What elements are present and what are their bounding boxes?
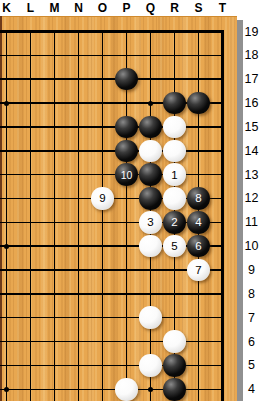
- column-label-P: P: [122, 1, 130, 15]
- move-6-black-S10[interactable]: 6: [187, 235, 210, 258]
- column-label-L: L: [27, 1, 34, 15]
- move-9-white-O12[interactable]: 9: [91, 187, 114, 210]
- row-label-13: 13: [245, 168, 259, 182]
- grid-line-col-N: [78, 30, 80, 401]
- move-4-black-S11[interactable]: 4: [187, 211, 210, 234]
- star-point-K10: [4, 244, 9, 249]
- stone-black-R4[interactable]: [163, 378, 186, 401]
- stone-black-Q15[interactable]: [139, 116, 162, 139]
- move-number-label: 9: [99, 192, 105, 204]
- row-label-18: 18: [245, 48, 259, 62]
- row-label-15: 15: [245, 120, 259, 134]
- grid-line-row-5: [0, 365, 224, 367]
- stone-white-Q14[interactable]: [139, 140, 162, 163]
- stone-white-R14[interactable]: [163, 140, 186, 163]
- column-label-M: M: [50, 1, 60, 15]
- row-label-17: 17: [245, 72, 259, 86]
- stone-black-P17[interactable]: [115, 68, 138, 91]
- move-number-label: 8: [195, 192, 201, 204]
- row-label-10: 10: [245, 239, 259, 253]
- grid-line-col-T: [221, 30, 224, 401]
- star-point-K16: [4, 101, 9, 106]
- column-label-T: T: [219, 1, 226, 15]
- move-number-label: 10: [121, 169, 133, 181]
- stone-black-S16[interactable]: [187, 92, 210, 115]
- move-1-white-R13[interactable]: 1: [163, 163, 186, 186]
- grid-line-row-6: [0, 341, 224, 343]
- grid-line-row-7: [0, 317, 224, 319]
- column-label-K: K: [2, 1, 11, 15]
- row-label-11: 11: [245, 215, 258, 229]
- stone-black-R16[interactable]: [163, 92, 186, 115]
- star-point-K4: [4, 387, 9, 392]
- stone-black-Q12[interactable]: [139, 187, 162, 210]
- star-point-Q16: [148, 101, 153, 106]
- go-board-panel: 10198324567 KLMNOPQRST 19181716151413121…: [0, 0, 260, 401]
- stone-white-P4[interactable]: [115, 378, 138, 401]
- row-label-7: 7: [248, 311, 255, 325]
- column-label-Q: Q: [146, 1, 155, 15]
- grid-line-row-18: [0, 55, 224, 57]
- row-label-8: 8: [248, 287, 255, 301]
- row-label-16: 16: [245, 96, 259, 110]
- grid-line-row-19: [0, 30, 224, 33]
- move-number-label: 4: [195, 216, 201, 228]
- star-point-Q4: [148, 387, 153, 392]
- column-label-N: N: [74, 1, 83, 15]
- move-number-label: 2: [171, 216, 177, 228]
- stone-white-Q10[interactable]: [139, 235, 162, 258]
- grid-line-col-M: [54, 30, 56, 401]
- move-number-label: 3: [147, 216, 153, 228]
- grid-line-row-14: [0, 150, 224, 152]
- move-2-black-R11[interactable]: 2: [163, 211, 186, 234]
- grid-line-row-15: [0, 126, 224, 128]
- stone-black-Q13[interactable]: [139, 163, 162, 186]
- grid-line-col-O: [102, 30, 104, 401]
- row-labels: 19181716151413121110987654: [243, 0, 260, 401]
- stone-black-R5[interactable]: [163, 354, 186, 377]
- move-number-label: 1: [171, 169, 177, 181]
- stone-black-P14[interactable]: [115, 140, 138, 163]
- move-10-black-P13[interactable]: 10: [115, 163, 138, 186]
- grid-line-row-13: [0, 174, 224, 176]
- column-labels: KLMNOPQRST: [0, 0, 260, 16]
- row-label-9: 9: [248, 263, 255, 277]
- grid-line-col-L: [30, 30, 32, 401]
- move-8-black-S12[interactable]: 8: [187, 187, 210, 210]
- column-label-R: R: [170, 1, 179, 15]
- move-number-label: 5: [171, 240, 177, 252]
- go-board[interactable]: 10198324567: [0, 0, 260, 401]
- move-number-label: 7: [195, 264, 201, 276]
- row-label-5: 5: [248, 358, 255, 372]
- row-label-19: 19: [245, 25, 259, 39]
- stone-white-Q7[interactable]: [139, 306, 162, 329]
- stone-white-R6[interactable]: [163, 330, 186, 353]
- stone-white-R12[interactable]: [163, 187, 186, 210]
- move-3-white-Q11[interactable]: 3: [139, 211, 162, 234]
- move-5-white-R10[interactable]: 5: [163, 235, 186, 258]
- grid-line-row-4: [0, 389, 224, 391]
- row-label-14: 14: [245, 144, 259, 158]
- grid-line-row-17: [0, 78, 224, 80]
- grid-line-row-8: [0, 293, 224, 295]
- grid-line-col-K: [6, 30, 8, 401]
- row-label-6: 6: [248, 335, 255, 349]
- row-label-4: 4: [248, 382, 255, 396]
- column-label-O: O: [98, 1, 107, 15]
- move-7-white-S9[interactable]: 7: [187, 259, 210, 282]
- column-label-S: S: [194, 1, 202, 15]
- row-label-12: 12: [245, 191, 259, 205]
- move-number-label: 6: [195, 240, 201, 252]
- stone-white-Q5[interactable]: [139, 354, 162, 377]
- stone-white-R15[interactable]: [163, 116, 186, 139]
- stone-black-P15[interactable]: [115, 116, 138, 139]
